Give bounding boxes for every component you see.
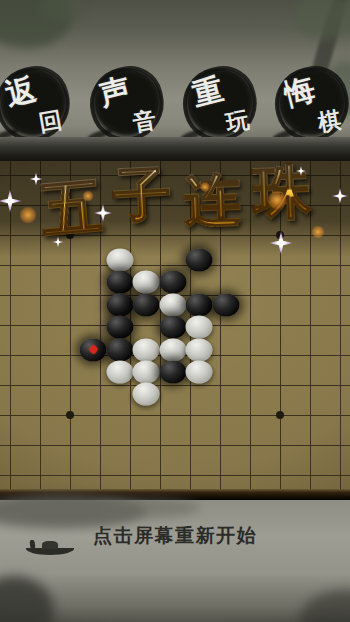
restart-hint-text: 点击屏幕重新开始 — [0, 523, 350, 549]
glow-dot-icon — [312, 226, 325, 239]
sound-button-label-2: 音 — [131, 108, 158, 135]
foliage-decor — [290, 0, 350, 40]
black-stone — [186, 249, 213, 272]
black-stone — [213, 293, 240, 316]
white-stone — [186, 316, 213, 339]
black-stone — [106, 338, 133, 361]
white-stone — [133, 338, 160, 361]
ink-corner-decor — [300, 590, 350, 622]
white-stone — [159, 293, 186, 316]
back-button[interactable]: 返 回 — [0, 66, 71, 142]
game-screen: 返 回 声 音 重 玩 悔 棋 五 子 连 珠 — [0, 0, 350, 622]
black-stone — [80, 338, 107, 361]
black-stone — [106, 293, 133, 316]
mountain-decor — [90, 498, 200, 518]
glow-dot-icon — [83, 191, 94, 202]
black-stone — [133, 293, 160, 316]
white-stone — [133, 383, 160, 406]
black-stone — [186, 293, 213, 316]
white-stone — [133, 361, 160, 384]
sound-button[interactable]: 声 音 — [89, 66, 165, 142]
stones-layer — [0, 161, 350, 489]
black-stone — [159, 316, 186, 339]
white-stone — [186, 338, 213, 361]
board-top-shadow — [0, 137, 350, 161]
glow-dot-icon — [200, 182, 210, 192]
black-stone — [159, 271, 186, 294]
undo-button-label-2: 棋 — [316, 108, 343, 135]
undo-button[interactable]: 悔 棋 — [274, 66, 350, 142]
white-stone — [133, 271, 160, 294]
ink-corner-decor — [0, 576, 54, 622]
bottom-ink-background[interactable] — [0, 500, 350, 622]
replay-button[interactable]: 重 玩 — [182, 66, 258, 142]
white-stone — [106, 249, 133, 272]
glow-dot-icon — [20, 207, 37, 224]
last-move-marker — [88, 345, 98, 355]
back-button-label-2: 回 — [37, 108, 64, 135]
white-stone — [186, 361, 213, 384]
black-stone — [106, 316, 133, 339]
black-stone — [106, 271, 133, 294]
gomoku-board[interactable] — [0, 161, 350, 489]
glow-dot-icon — [268, 191, 287, 210]
white-stone — [106, 361, 133, 384]
white-stone — [159, 338, 186, 361]
black-stone — [159, 361, 186, 384]
replay-button-label-2: 玩 — [224, 108, 251, 135]
